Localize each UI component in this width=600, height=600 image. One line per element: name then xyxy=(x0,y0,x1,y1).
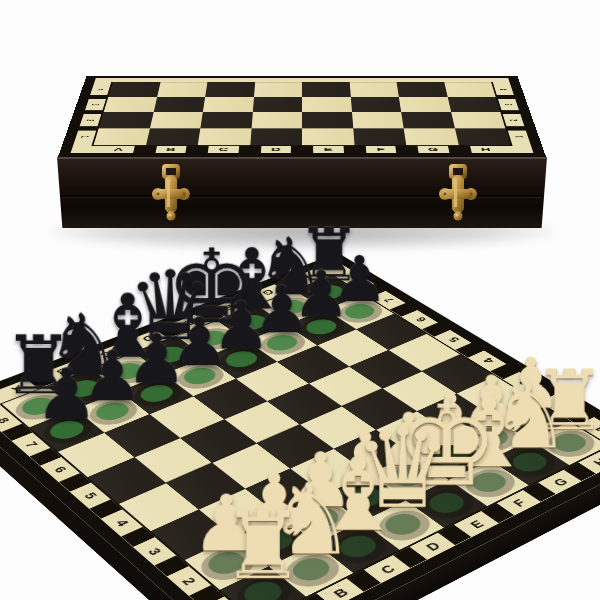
open-chess-board: AABBCCDDEEFFGGHH1122334455667788♜♞♝♛♚♝♞♜… xyxy=(0,253,600,600)
white-rook-a1: ♜ xyxy=(216,499,309,592)
black-pawn-a7: ♟ xyxy=(32,359,102,429)
chess-set-product-photo: ABCDEFGH11223344 AABBCCDDEEFFGGHH1122334… xyxy=(0,0,600,600)
open-chess-board-scene: AABBCCDDEEFFGGHH1122334455667788♜♞♝♛♚♝♞♜… xyxy=(0,0,600,600)
